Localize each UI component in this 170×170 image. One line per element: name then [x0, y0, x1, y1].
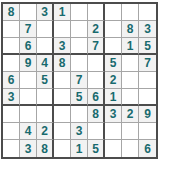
cell-r1c9[interactable]: [139, 4, 156, 21]
cell-r8c6[interactable]: [88, 123, 105, 140]
cell-r3c8: 1: [122, 38, 139, 55]
cell-r9c6: 5: [88, 140, 105, 157]
cell-r2c8: 8: [122, 21, 139, 38]
cell-r7c4[interactable]: [54, 106, 71, 123]
cell-r1c6[interactable]: [88, 4, 105, 21]
cell-r7c3[interactable]: [37, 106, 54, 123]
cell-r1c3: 3: [37, 4, 54, 21]
cell-r4c3: 4: [37, 55, 54, 72]
cell-r5c2[interactable]: [20, 72, 37, 89]
cell-r3c9: 5: [139, 38, 156, 55]
cell-r2c9: 3: [139, 21, 156, 38]
cell-r6c2[interactable]: [20, 89, 37, 106]
cell-r6c1: 3: [3, 89, 20, 106]
cell-r5c6[interactable]: [88, 72, 105, 89]
cell-r3c7[interactable]: [105, 38, 122, 55]
cell-r7c9: 9: [139, 106, 156, 123]
cell-r2c1[interactable]: [3, 21, 20, 38]
cell-r8c9[interactable]: [139, 123, 156, 140]
cell-r7c2[interactable]: [20, 106, 37, 123]
cell-r6c7: 1: [105, 89, 122, 106]
cell-r4c5[interactable]: [71, 55, 88, 72]
cell-r6c4[interactable]: [54, 89, 71, 106]
cell-r5c9[interactable]: [139, 72, 156, 89]
cell-r2c4[interactable]: [54, 21, 71, 38]
cell-r6c8[interactable]: [122, 89, 139, 106]
cell-r2c5[interactable]: [71, 21, 88, 38]
cell-r8c3: 2: [37, 123, 54, 140]
cell-r8c7[interactable]: [105, 123, 122, 140]
cell-r5c8[interactable]: [122, 72, 139, 89]
cell-r7c6: 8: [88, 106, 105, 123]
cell-r3c3[interactable]: [37, 38, 54, 55]
cell-r3c1[interactable]: [3, 38, 20, 55]
cell-r8c4[interactable]: [54, 123, 71, 140]
sudoku-board-wrapper: 8317283637159485765723561832942338156: [0, 0, 170, 159]
cell-r3c4: 3: [54, 38, 71, 55]
cell-r4c9: 7: [139, 55, 156, 72]
cell-r9c4[interactable]: [54, 140, 71, 157]
cell-r9c2: 3: [20, 140, 37, 157]
cell-r6c5: 5: [71, 89, 88, 106]
cell-r2c7[interactable]: [105, 21, 122, 38]
cell-r7c8: 2: [122, 106, 139, 123]
cell-r5c3: 5: [37, 72, 54, 89]
cell-r1c1: 8: [3, 4, 20, 21]
cell-r1c8[interactable]: [122, 4, 139, 21]
cell-r3c2: 6: [20, 38, 37, 55]
cell-r4c1[interactable]: [3, 55, 20, 72]
cell-r4c6[interactable]: [88, 55, 105, 72]
cell-r5c5: 7: [71, 72, 88, 89]
cell-r1c7[interactable]: [105, 4, 122, 21]
cell-r9c3: 8: [37, 140, 54, 157]
cell-r7c7: 3: [105, 106, 122, 123]
cell-r6c9[interactable]: [139, 89, 156, 106]
cell-r4c4: 8: [54, 55, 71, 72]
cell-r4c7: 5: [105, 55, 122, 72]
cell-r5c1: 6: [3, 72, 20, 89]
cell-r9c8[interactable]: [122, 140, 139, 157]
cell-r4c2: 9: [20, 55, 37, 72]
cell-r4c8[interactable]: [122, 55, 139, 72]
cell-r6c6: 6: [88, 89, 105, 106]
cell-r9c9: 6: [139, 140, 156, 157]
cell-r2c6: 2: [88, 21, 105, 38]
cell-r6c3[interactable]: [37, 89, 54, 106]
cell-r2c2: 7: [20, 21, 37, 38]
cell-r9c7[interactable]: [105, 140, 122, 157]
sudoku-grid: 8317283637159485765723561832942338156: [1, 2, 158, 159]
cell-r2c3[interactable]: [37, 21, 54, 38]
cell-r7c5[interactable]: [71, 106, 88, 123]
cell-r9c1[interactable]: [3, 140, 20, 157]
cell-r5c4[interactable]: [54, 72, 71, 89]
cell-r1c2[interactable]: [20, 4, 37, 21]
cell-r8c8[interactable]: [122, 123, 139, 140]
cell-r8c5: 3: [71, 123, 88, 140]
cell-r9c5: 1: [71, 140, 88, 157]
cell-r3c6: 7: [88, 38, 105, 55]
cell-r8c1[interactable]: [3, 123, 20, 140]
cell-r7c1[interactable]: [3, 106, 20, 123]
cell-r5c7: 2: [105, 72, 122, 89]
cell-r1c5[interactable]: [71, 4, 88, 21]
cell-r3c5[interactable]: [71, 38, 88, 55]
cell-r1c4: 1: [54, 4, 71, 21]
cell-r8c2: 4: [20, 123, 37, 140]
